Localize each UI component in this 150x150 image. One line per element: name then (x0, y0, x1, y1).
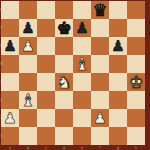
square-b3[interactable]: ♝ (19, 91, 37, 109)
file-label-f: f (91, 145, 109, 150)
square-h3[interactable] (127, 91, 145, 109)
rank-label-2: 2 (0, 109, 4, 127)
square-c3[interactable] (37, 91, 55, 109)
square-g5[interactable] (109, 55, 127, 73)
file-label-d: d (55, 145, 73, 150)
square-b8[interactable] (19, 1, 37, 19)
square-d3[interactable] (55, 91, 73, 109)
square-c1[interactable] (37, 127, 55, 145)
square-b1[interactable] (19, 127, 37, 145)
black-pawn-g6[interactable]: ♟ (111, 37, 124, 55)
square-b7[interactable]: ♟ (19, 19, 37, 37)
square-e2[interactable] (73, 109, 91, 127)
square-f6[interactable] (91, 37, 109, 55)
file-labels: abcdefgh (1, 145, 145, 150)
square-h6[interactable] (127, 37, 145, 55)
square-h7[interactable] (127, 19, 145, 37)
chess-board-grid: ♛♟♚♟♟♟♟♝♞♚♝♟♟ (1, 1, 145, 145)
rank-labels: 87654321 (0, 1, 5, 145)
black-queen-f8[interactable]: ♛ (92, 1, 107, 19)
square-h1[interactable] (127, 127, 145, 145)
white-knight-d4[interactable]: ♞ (56, 73, 71, 91)
file-label-e: e (73, 145, 91, 150)
square-f1[interactable] (91, 127, 109, 145)
square-h2[interactable] (127, 109, 145, 127)
square-f8[interactable]: ♛ (91, 1, 109, 19)
black-pawn-e7[interactable]: ♟ (75, 19, 88, 37)
square-e3[interactable] (73, 91, 91, 109)
square-d6[interactable] (55, 37, 73, 55)
square-f5[interactable] (91, 55, 109, 73)
square-d1[interactable] (55, 127, 73, 145)
square-c4[interactable] (37, 73, 55, 91)
square-g1[interactable] (109, 127, 127, 145)
file-label-g: g (109, 145, 127, 150)
square-h4[interactable]: ♚ (127, 73, 145, 91)
square-c8[interactable] (37, 1, 55, 19)
square-e8[interactable] (73, 1, 91, 19)
white-pawn-a2[interactable]: ♟ (3, 109, 16, 127)
rank-label-4: 4 (0, 73, 4, 91)
black-pawn-b7[interactable]: ♟ (21, 19, 34, 37)
square-e4[interactable] (73, 73, 91, 91)
chess-board: ♛♟♚♟♟♟♟♝♞♚♝♟♟ 87654321 abcdefgh (0, 0, 150, 150)
white-pawn-f2[interactable]: ♟ (93, 109, 106, 127)
black-pawn-a6[interactable]: ♟ (3, 37, 16, 55)
square-c6[interactable] (37, 37, 55, 55)
white-bishop-e5[interactable]: ♝ (74, 55, 89, 73)
square-h5[interactable] (127, 55, 145, 73)
square-g3[interactable] (109, 91, 127, 109)
white-pawn-b6[interactable]: ♟ (21, 37, 34, 55)
square-e7[interactable]: ♟ (73, 19, 91, 37)
rank-label-5: 5 (0, 55, 4, 73)
square-b4[interactable] (19, 73, 37, 91)
square-f4[interactable] (91, 73, 109, 91)
square-g4[interactable] (109, 73, 127, 91)
file-label-h: h (127, 145, 145, 150)
rank-label-8: 8 (0, 1, 4, 19)
square-h8[interactable] (127, 1, 145, 19)
square-c7[interactable] (37, 19, 55, 37)
square-e6[interactable] (73, 37, 91, 55)
white-bishop-b3[interactable]: ♝ (20, 91, 35, 109)
file-label-a: a (1, 145, 19, 150)
square-b5[interactable] (19, 55, 37, 73)
square-d2[interactable] (55, 109, 73, 127)
square-f3[interactable] (91, 91, 109, 109)
square-g2[interactable] (109, 109, 127, 127)
square-d4[interactable]: ♞ (55, 73, 73, 91)
square-b6[interactable]: ♟ (19, 37, 37, 55)
rank-label-3: 3 (0, 91, 4, 109)
file-label-c: c (37, 145, 55, 150)
square-b2[interactable] (19, 109, 37, 127)
black-king-d7[interactable]: ♚ (56, 19, 71, 37)
square-e1[interactable] (73, 127, 91, 145)
white-king-h4[interactable]: ♚ (128, 73, 143, 91)
square-d5[interactable] (55, 55, 73, 73)
square-f2[interactable]: ♟ (91, 109, 109, 127)
rank-label-6: 6 (0, 37, 4, 55)
rank-label-7: 7 (0, 19, 4, 37)
square-d8[interactable] (55, 1, 73, 19)
square-d7[interactable]: ♚ (55, 19, 73, 37)
square-g7[interactable] (109, 19, 127, 37)
rank-label-1: 1 (0, 127, 4, 145)
square-g8[interactable] (109, 1, 127, 19)
square-c2[interactable] (37, 109, 55, 127)
square-c5[interactable] (37, 55, 55, 73)
square-g6[interactable]: ♟ (109, 37, 127, 55)
file-label-b: b (19, 145, 37, 150)
square-f7[interactable] (91, 19, 109, 37)
square-e5[interactable]: ♝ (73, 55, 91, 73)
